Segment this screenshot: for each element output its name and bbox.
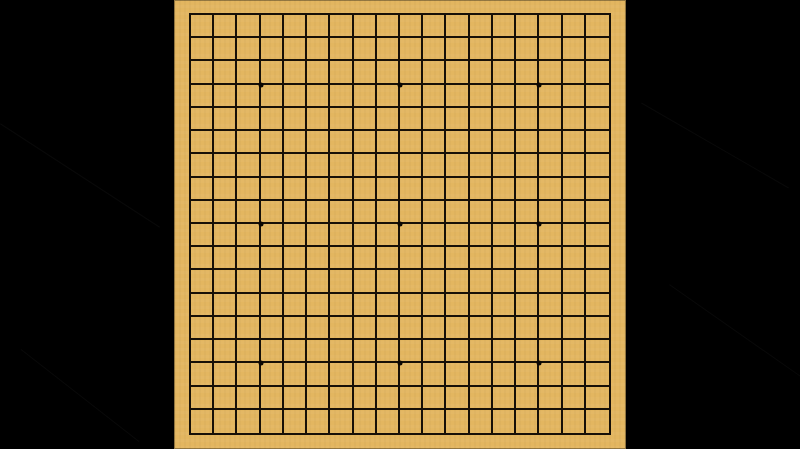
board-cell[interactable] — [423, 131, 446, 154]
board-cell[interactable] — [214, 154, 237, 177]
board-cell[interactable] — [191, 15, 214, 38]
board-cell[interactable] — [470, 131, 493, 154]
board-cell[interactable] — [330, 85, 353, 108]
board-cell[interactable] — [423, 363, 446, 386]
board-cell[interactable] — [330, 38, 353, 61]
board-cell[interactable] — [191, 131, 214, 154]
board-cell[interactable] — [307, 317, 330, 340]
board-cell[interactable] — [446, 15, 469, 38]
board-cell[interactable] — [586, 201, 609, 224]
board-cell[interactable] — [354, 247, 377, 270]
board-cell[interactable] — [586, 363, 609, 386]
board-cell[interactable] — [191, 387, 214, 410]
board-cell[interactable] — [446, 131, 469, 154]
board-cell[interactable] — [539, 154, 562, 177]
board-cell[interactable] — [563, 15, 586, 38]
board-cell[interactable] — [284, 363, 307, 386]
board-cell[interactable] — [400, 178, 423, 201]
board-cell[interactable] — [563, 178, 586, 201]
board-cell[interactable] — [377, 317, 400, 340]
board-cell[interactable] — [330, 224, 353, 247]
board-cell[interactable] — [470, 85, 493, 108]
board-cell[interactable] — [237, 108, 260, 131]
board-cell[interactable] — [586, 178, 609, 201]
board-cell[interactable] — [261, 387, 284, 410]
board-cell[interactable] — [400, 38, 423, 61]
board-cell[interactable] — [214, 108, 237, 131]
board-cell[interactable] — [539, 410, 562, 433]
board-cell[interactable] — [400, 363, 423, 386]
board-cell[interactable] — [261, 247, 284, 270]
board-cell[interactable] — [354, 317, 377, 340]
board-cell[interactable] — [470, 410, 493, 433]
board-cell[interactable] — [307, 410, 330, 433]
board-cell[interactable] — [330, 317, 353, 340]
board-cell[interactable] — [400, 224, 423, 247]
board-cell[interactable] — [470, 108, 493, 131]
board-cell[interactable] — [586, 61, 609, 84]
board-cell[interactable] — [400, 201, 423, 224]
board-cell[interactable] — [214, 201, 237, 224]
board-cell[interactable] — [586, 108, 609, 131]
board-cell[interactable] — [400, 340, 423, 363]
board-cell[interactable] — [261, 108, 284, 131]
board-cell[interactable] — [446, 61, 469, 84]
board-cell[interactable] — [493, 247, 516, 270]
board-cell[interactable] — [586, 247, 609, 270]
board-cell[interactable] — [563, 224, 586, 247]
board-cell[interactable] — [586, 15, 609, 38]
board-cell[interactable] — [284, 85, 307, 108]
board-cell[interactable] — [539, 15, 562, 38]
board-cell[interactable] — [516, 387, 539, 410]
board-cell[interactable] — [493, 224, 516, 247]
board-cell[interactable] — [214, 15, 237, 38]
board-cell[interactable] — [237, 224, 260, 247]
board-cell[interactable] — [307, 224, 330, 247]
board-cell[interactable] — [237, 387, 260, 410]
board-cell[interactable] — [330, 178, 353, 201]
board-cell[interactable] — [493, 410, 516, 433]
board-cell[interactable] — [330, 363, 353, 386]
board-cell[interactable] — [307, 15, 330, 38]
board-cell[interactable] — [563, 410, 586, 433]
board-cell[interactable] — [261, 131, 284, 154]
board-cell[interactable] — [214, 61, 237, 84]
board-cell[interactable] — [214, 317, 237, 340]
board-cell[interactable] — [377, 294, 400, 317]
board-cell[interactable] — [377, 178, 400, 201]
board-cell[interactable] — [237, 154, 260, 177]
board-cell[interactable] — [539, 340, 562, 363]
board-cell[interactable] — [400, 131, 423, 154]
board-cell[interactable] — [423, 247, 446, 270]
board-cell[interactable] — [400, 85, 423, 108]
board-cell[interactable] — [237, 38, 260, 61]
board-cell[interactable] — [563, 294, 586, 317]
board-cell[interactable] — [470, 247, 493, 270]
board-cell[interactable] — [493, 154, 516, 177]
board-cell[interactable] — [191, 85, 214, 108]
board-cell[interactable] — [214, 294, 237, 317]
board-cell[interactable] — [261, 270, 284, 293]
board-cell[interactable] — [446, 178, 469, 201]
board-cell[interactable] — [539, 387, 562, 410]
board-cell[interactable] — [423, 224, 446, 247]
board-cell[interactable] — [516, 247, 539, 270]
board-cell[interactable] — [284, 224, 307, 247]
board-cell[interactable] — [377, 15, 400, 38]
board-cell[interactable] — [307, 108, 330, 131]
board-cell[interactable] — [516, 15, 539, 38]
board-cell[interactable] — [586, 410, 609, 433]
board-cell[interactable] — [284, 61, 307, 84]
board-cell[interactable] — [539, 270, 562, 293]
board-cell[interactable] — [284, 247, 307, 270]
board-cell[interactable] — [423, 108, 446, 131]
board-cell[interactable] — [307, 270, 330, 293]
board-cell[interactable] — [423, 178, 446, 201]
board-cell[interactable] — [493, 201, 516, 224]
board-cell[interactable] — [307, 154, 330, 177]
board-cell[interactable] — [377, 85, 400, 108]
board-cell[interactable] — [284, 317, 307, 340]
board-cell[interactable] — [470, 15, 493, 38]
board-cell[interactable] — [539, 224, 562, 247]
board-cell[interactable] — [493, 38, 516, 61]
board-cell[interactable] — [261, 154, 284, 177]
board-cell[interactable] — [470, 201, 493, 224]
board-cell[interactable] — [539, 131, 562, 154]
board-cell[interactable] — [446, 363, 469, 386]
board-cell[interactable] — [539, 363, 562, 386]
board-cell[interactable] — [377, 387, 400, 410]
board-cell[interactable] — [377, 247, 400, 270]
board-cell[interactable] — [354, 38, 377, 61]
board-cell[interactable] — [516, 178, 539, 201]
board-cell[interactable] — [423, 154, 446, 177]
board-cell[interactable] — [563, 131, 586, 154]
board-cell[interactable] — [261, 38, 284, 61]
board-cell[interactable] — [493, 15, 516, 38]
board-cell[interactable] — [539, 178, 562, 201]
board-cell[interactable] — [516, 224, 539, 247]
board-cell[interactable] — [330, 247, 353, 270]
board-cell[interactable] — [423, 340, 446, 363]
board-cell[interactable] — [284, 108, 307, 131]
board-cell[interactable] — [354, 387, 377, 410]
board-cell[interactable] — [377, 363, 400, 386]
board-cell[interactable] — [423, 85, 446, 108]
board-cell[interactable] — [470, 224, 493, 247]
board-cell[interactable] — [539, 85, 562, 108]
board-cell[interactable] — [307, 38, 330, 61]
board-cell[interactable] — [400, 387, 423, 410]
board-cell[interactable] — [214, 387, 237, 410]
board-cell[interactable] — [191, 294, 214, 317]
board-cell[interactable] — [493, 61, 516, 84]
board-cell[interactable] — [563, 387, 586, 410]
board-cell[interactable] — [470, 294, 493, 317]
board-cell[interactable] — [214, 247, 237, 270]
board-cell[interactable] — [400, 410, 423, 433]
board-cell[interactable] — [493, 85, 516, 108]
board-cell[interactable] — [261, 224, 284, 247]
board-cell[interactable] — [516, 108, 539, 131]
board-cell[interactable] — [284, 38, 307, 61]
board-cell[interactable] — [586, 154, 609, 177]
board-cell[interactable] — [214, 270, 237, 293]
board-cell[interactable] — [261, 294, 284, 317]
board-cell[interactable] — [493, 340, 516, 363]
board-cell[interactable] — [330, 61, 353, 84]
board-cell[interactable] — [214, 38, 237, 61]
board-cell[interactable] — [446, 387, 469, 410]
board-cell[interactable] — [214, 410, 237, 433]
board-cell[interactable] — [261, 340, 284, 363]
board-cell[interactable] — [446, 340, 469, 363]
board-cell[interactable] — [539, 38, 562, 61]
board-cell[interactable] — [191, 224, 214, 247]
board-cell[interactable] — [586, 340, 609, 363]
board-cell[interactable] — [237, 201, 260, 224]
board-cell[interactable] — [516, 270, 539, 293]
board-cell[interactable] — [493, 131, 516, 154]
board-cell[interactable] — [354, 108, 377, 131]
board-cell[interactable] — [400, 154, 423, 177]
board-cell[interactable] — [330, 131, 353, 154]
board-cell[interactable] — [446, 224, 469, 247]
board-cell[interactable] — [214, 131, 237, 154]
board-cell[interactable] — [284, 201, 307, 224]
board-cell[interactable] — [191, 178, 214, 201]
board-cell[interactable] — [446, 85, 469, 108]
board-cell[interactable] — [563, 38, 586, 61]
board-cell[interactable] — [237, 363, 260, 386]
board-cell[interactable] — [516, 38, 539, 61]
board-cell[interactable] — [284, 410, 307, 433]
board-cell[interactable] — [307, 85, 330, 108]
board-cell[interactable] — [261, 317, 284, 340]
board-cell[interactable] — [493, 178, 516, 201]
board-cell[interactable] — [539, 247, 562, 270]
board-cell[interactable] — [354, 410, 377, 433]
board-cell[interactable] — [307, 340, 330, 363]
board-cell[interactable] — [423, 270, 446, 293]
board-cell[interactable] — [284, 387, 307, 410]
board-cell[interactable] — [330, 387, 353, 410]
board-cell[interactable] — [586, 224, 609, 247]
board-cell[interactable] — [493, 317, 516, 340]
board-cell[interactable] — [214, 363, 237, 386]
board-cell[interactable] — [261, 201, 284, 224]
board-cell[interactable] — [237, 294, 260, 317]
board-cell[interactable] — [261, 15, 284, 38]
board-cell[interactable] — [237, 410, 260, 433]
board-cell[interactable] — [191, 317, 214, 340]
board-cell[interactable] — [586, 131, 609, 154]
board-cell[interactable] — [377, 154, 400, 177]
board-cell[interactable] — [284, 154, 307, 177]
board-cell[interactable] — [377, 108, 400, 131]
board-cell[interactable] — [516, 201, 539, 224]
board-cell[interactable] — [330, 15, 353, 38]
board-cell[interactable] — [307, 131, 330, 154]
board-cell[interactable] — [377, 38, 400, 61]
board-cell[interactable] — [237, 270, 260, 293]
board-cell[interactable] — [516, 410, 539, 433]
board-cell[interactable] — [423, 38, 446, 61]
board-cell[interactable] — [446, 38, 469, 61]
board-cell[interactable] — [307, 363, 330, 386]
board-cell[interactable] — [516, 131, 539, 154]
board-cell[interactable] — [400, 317, 423, 340]
board-cell[interactable] — [354, 131, 377, 154]
board-cell[interactable] — [377, 270, 400, 293]
board-cell[interactable] — [446, 201, 469, 224]
board-cell[interactable] — [307, 294, 330, 317]
board-cell[interactable] — [237, 85, 260, 108]
board-cell[interactable] — [237, 340, 260, 363]
board-cell[interactable] — [400, 61, 423, 84]
board-cell[interactable] — [539, 108, 562, 131]
board-cell[interactable] — [354, 363, 377, 386]
board-grid[interactable] — [189, 13, 611, 435]
board-cell[interactable] — [330, 108, 353, 131]
board-cell[interactable] — [539, 317, 562, 340]
board-cell[interactable] — [563, 85, 586, 108]
board-cell[interactable] — [214, 178, 237, 201]
board-cell[interactable] — [261, 178, 284, 201]
board-cell[interactable] — [470, 270, 493, 293]
board-cell[interactable] — [493, 108, 516, 131]
board-cell[interactable] — [423, 410, 446, 433]
board-cell[interactable] — [586, 387, 609, 410]
board-cell[interactable] — [470, 178, 493, 201]
board-cell[interactable] — [377, 410, 400, 433]
board-cell[interactable] — [539, 201, 562, 224]
board-cell[interactable] — [191, 247, 214, 270]
board-cell[interactable] — [330, 154, 353, 177]
board-cell[interactable] — [330, 294, 353, 317]
board-cell[interactable] — [470, 154, 493, 177]
board-cell[interactable] — [493, 270, 516, 293]
board-cell[interactable] — [539, 294, 562, 317]
board-cell[interactable] — [470, 387, 493, 410]
board-cell[interactable] — [586, 270, 609, 293]
board-cell[interactable] — [191, 201, 214, 224]
board-cell[interactable] — [516, 61, 539, 84]
board-cell[interactable] — [563, 340, 586, 363]
board-cell[interactable] — [423, 294, 446, 317]
board-cell[interactable] — [191, 340, 214, 363]
board-cell[interactable] — [563, 61, 586, 84]
board-cell[interactable] — [307, 387, 330, 410]
board-cell[interactable] — [354, 178, 377, 201]
board-cell[interactable] — [446, 247, 469, 270]
board-cell[interactable] — [493, 363, 516, 386]
board-cell[interactable] — [261, 410, 284, 433]
board-cell[interactable] — [563, 154, 586, 177]
board-cell[interactable] — [400, 108, 423, 131]
board-cell[interactable] — [423, 201, 446, 224]
board-cell[interactable] — [237, 317, 260, 340]
board-cell[interactable] — [470, 363, 493, 386]
board-cell[interactable] — [377, 224, 400, 247]
board-cell[interactable] — [330, 201, 353, 224]
board-cell[interactable] — [284, 294, 307, 317]
board-cell[interactable] — [191, 410, 214, 433]
board-cell[interactable] — [586, 85, 609, 108]
board-cell[interactable] — [563, 270, 586, 293]
board-cell[interactable] — [354, 15, 377, 38]
board-cell[interactable] — [516, 154, 539, 177]
board-cell[interactable] — [563, 201, 586, 224]
board-cell[interactable] — [516, 363, 539, 386]
board-cell[interactable] — [516, 85, 539, 108]
board-cell[interactable] — [470, 340, 493, 363]
board-cell[interactable] — [354, 201, 377, 224]
board-cell[interactable] — [493, 387, 516, 410]
board-cell[interactable] — [284, 178, 307, 201]
board-cell[interactable] — [470, 38, 493, 61]
board-cell[interactable] — [284, 340, 307, 363]
board-cell[interactable] — [191, 270, 214, 293]
board-cell[interactable] — [586, 38, 609, 61]
board-cell[interactable] — [446, 154, 469, 177]
board-cell[interactable] — [354, 340, 377, 363]
board-cell[interactable] — [423, 317, 446, 340]
board-cell[interactable] — [400, 294, 423, 317]
board-cell[interactable] — [191, 38, 214, 61]
board-cell[interactable] — [191, 154, 214, 177]
board-cell[interactable] — [586, 294, 609, 317]
board-cell[interactable] — [377, 131, 400, 154]
board-cell[interactable] — [354, 61, 377, 84]
board-cell[interactable] — [307, 201, 330, 224]
board-cell[interactable] — [446, 294, 469, 317]
board-cell[interactable] — [214, 224, 237, 247]
board-cell[interactable] — [261, 61, 284, 84]
board-cell[interactable] — [237, 178, 260, 201]
board-cell[interactable] — [330, 340, 353, 363]
board-cell[interactable] — [307, 61, 330, 84]
board-cell[interactable] — [237, 15, 260, 38]
board-cell[interactable] — [261, 363, 284, 386]
board-cell[interactable] — [563, 317, 586, 340]
board-cell[interactable] — [214, 340, 237, 363]
board-cell[interactable] — [191, 61, 214, 84]
board-cell[interactable] — [400, 15, 423, 38]
board-cell[interactable] — [377, 61, 400, 84]
board-cell[interactable] — [446, 108, 469, 131]
board-cell[interactable] — [354, 270, 377, 293]
board-cell[interactable] — [377, 340, 400, 363]
board-cell[interactable] — [354, 224, 377, 247]
board-cell[interactable] — [237, 247, 260, 270]
board-cell[interactable] — [284, 270, 307, 293]
board-cell[interactable] — [563, 108, 586, 131]
board-cell[interactable] — [446, 410, 469, 433]
board-cell[interactable] — [423, 15, 446, 38]
board-cell[interactable] — [423, 387, 446, 410]
board-cell[interactable] — [191, 363, 214, 386]
board-cell[interactable] — [400, 270, 423, 293]
board-cell[interactable] — [237, 61, 260, 84]
board-cell[interactable] — [446, 270, 469, 293]
board-cell[interactable] — [330, 270, 353, 293]
board-cell[interactable] — [493, 294, 516, 317]
